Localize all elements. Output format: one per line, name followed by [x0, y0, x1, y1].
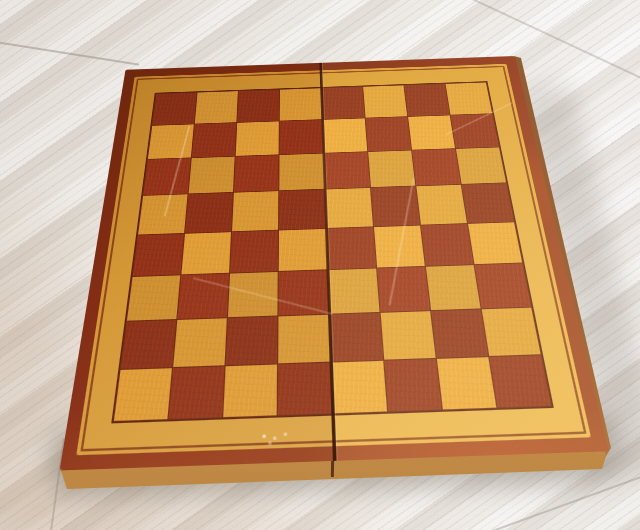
square-d4[interactable] [279, 228, 327, 270]
square-g8[interactable] [404, 84, 449, 116]
square-b1[interactable] [169, 366, 225, 419]
square-h4[interactable] [468, 222, 522, 264]
square-c4[interactable] [230, 230, 278, 272]
square-a4[interactable] [133, 233, 184, 275]
square-h3[interactable] [474, 263, 531, 308]
square-e1[interactable] [331, 361, 386, 414]
square-h1[interactable] [489, 355, 551, 407]
square-a8[interactable] [152, 93, 196, 126]
square-h5[interactable] [462, 183, 514, 222]
square-a6[interactable] [143, 158, 191, 195]
square-f8[interactable] [363, 85, 407, 117]
square-f7[interactable] [365, 117, 411, 151]
square-d7[interactable] [280, 120, 323, 155]
square-e2[interactable] [330, 313, 383, 362]
board-top-face [60, 56, 609, 470]
square-g4[interactable] [421, 224, 474, 266]
square-e8[interactable] [322, 87, 365, 119]
square-f5[interactable] [371, 187, 420, 226]
square-h6[interactable] [456, 148, 506, 185]
square-h2[interactable] [482, 307, 541, 356]
chessboard [60, 56, 609, 470]
square-e5[interactable] [325, 188, 372, 227]
square-e3[interactable] [328, 268, 379, 313]
board-scene [90, 0, 562, 464]
square-c6[interactable] [234, 155, 279, 192]
square-e6[interactable] [324, 152, 370, 189]
square-f2[interactable] [380, 311, 435, 360]
square-b8[interactable] [195, 91, 238, 124]
square-f6[interactable] [368, 151, 415, 188]
square-f1[interactable] [384, 359, 442, 412]
square-g5[interactable] [416, 185, 467, 224]
square-d1[interactable] [278, 363, 332, 416]
square-a2[interactable] [121, 320, 177, 369]
square-d8[interactable] [280, 88, 322, 120]
square-g6[interactable] [412, 149, 461, 186]
square-d5[interactable] [279, 190, 325, 229]
square-b5[interactable] [185, 193, 233, 232]
square-b6[interactable] [189, 157, 235, 194]
scene: Overhead photograph of an empty vintage … [0, 0, 640, 530]
square-h8[interactable] [445, 83, 492, 115]
square-g2[interactable] [431, 309, 488, 358]
square-b4[interactable] [182, 232, 232, 274]
square-d6[interactable] [280, 154, 325, 191]
square-d2[interactable] [279, 314, 331, 363]
square-c7[interactable] [236, 121, 279, 156]
square-g3[interactable] [426, 265, 481, 310]
front-edge-seam [331, 459, 334, 477]
square-a1[interactable] [114, 368, 172, 421]
square-e4[interactable] [327, 227, 376, 269]
square-d3[interactable] [279, 270, 329, 315]
square-c2[interactable] [226, 316, 278, 365]
square-a5[interactable] [138, 195, 187, 235]
square-c8[interactable] [237, 90, 279, 123]
square-e7[interactable] [323, 118, 367, 152]
square-c1[interactable] [223, 364, 277, 417]
square-c5[interactable] [232, 191, 278, 230]
square-b7[interactable] [192, 123, 237, 158]
square-f3[interactable] [377, 266, 430, 311]
square-a3[interactable] [127, 275, 180, 321]
square-b2[interactable] [173, 318, 227, 367]
square-g1[interactable] [437, 357, 497, 410]
